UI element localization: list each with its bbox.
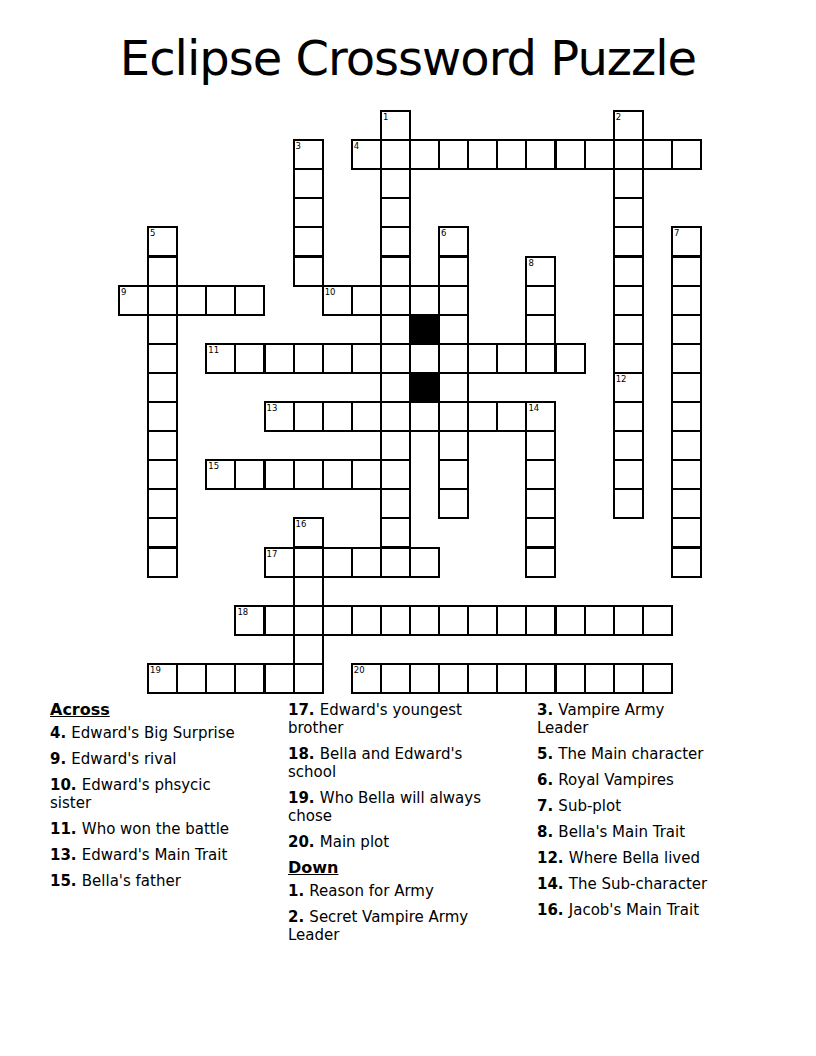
grid-cell[interactable] [351, 547, 382, 578]
clue-16: 16. Jacob's Main Trait [537, 901, 715, 919]
grid-cell[interactable] [467, 343, 498, 374]
grid-cell[interactable] [293, 576, 324, 607]
grid-cell[interactable] [264, 663, 295, 694]
clue-text: Bella's Main Trait [558, 823, 685, 841]
clue-number: 6. [537, 771, 558, 789]
grid-cell[interactable] [613, 256, 644, 287]
grid-cell[interactable] [525, 517, 556, 548]
clue-number: 10. [50, 776, 82, 794]
grid-cell[interactable] [496, 663, 527, 694]
grid-cell[interactable] [409, 547, 440, 578]
grid-cell[interactable] [380, 663, 411, 694]
clue-text: Reason for Army [309, 882, 433, 900]
grid-cell[interactable] [264, 459, 295, 490]
grid-cell[interactable] [322, 343, 353, 374]
clue-1: 1. Reason for Army [288, 882, 488, 900]
grid-cell[interactable] [467, 605, 498, 636]
grid-cell[interactable] [293, 547, 324, 578]
grid-cell[interactable] [380, 372, 411, 403]
grid-cell[interactable] [671, 314, 702, 345]
grid-cell[interactable] [525, 547, 556, 578]
grid-cell[interactable] [438, 459, 469, 490]
black-cell [409, 314, 440, 345]
grid-cell[interactable] [584, 139, 615, 170]
cell-number: 20 [354, 665, 365, 675]
black-cell [409, 372, 440, 403]
cell-number: 6 [441, 228, 446, 238]
grid-cell[interactable] [293, 256, 324, 287]
cell-number: 18 [237, 607, 248, 617]
cell-number: 1 [383, 112, 388, 122]
grid-cell[interactable] [380, 285, 411, 316]
grid-cell[interactable] [322, 547, 353, 578]
down-heading: Down [288, 859, 488, 877]
cell-number: 13 [267, 403, 278, 413]
grid-cell[interactable] [467, 663, 498, 694]
grid-cell[interactable] [438, 256, 469, 287]
grid-cell[interactable] [380, 459, 411, 490]
grid-cell[interactable] [438, 285, 469, 316]
grid-cell[interactable] [147, 256, 178, 287]
cell-number: 10 [325, 287, 336, 297]
grid-cell[interactable] [293, 401, 324, 432]
grid-cell[interactable]: 7 [671, 226, 702, 257]
clue-number: 19. [288, 789, 320, 807]
grid-cell[interactable] [351, 605, 382, 636]
grid-cell[interactable]: 5 [147, 226, 178, 257]
cell-number: 16 [296, 519, 307, 529]
grid-cell[interactable] [409, 139, 440, 170]
grid-cell[interactable] [613, 401, 644, 432]
grid-cell[interactable] [671, 459, 702, 490]
grid-cell[interactable] [438, 314, 469, 345]
cell-number: 15 [208, 461, 219, 471]
cell-number: 9 [121, 287, 126, 297]
grid-cell[interactable] [438, 430, 469, 461]
grid-cell[interactable] [293, 663, 324, 694]
clue-3: 3. Vampire Army Leader [537, 701, 715, 737]
grid-cell[interactable]: 4 [351, 139, 382, 170]
grid-cell[interactable]: 9 [118, 285, 149, 316]
grid-cell[interactable] [293, 197, 324, 228]
grid-cell[interactable] [205, 285, 236, 316]
clue-text: Secret Vampire Army Leader [288, 908, 468, 944]
clue-18: 18. Bella and Edward's school [288, 745, 488, 781]
grid-cell[interactable] [147, 517, 178, 548]
grid-cell[interactable] [322, 605, 353, 636]
grid-cell[interactable] [525, 139, 556, 170]
grid-cell[interactable] [234, 663, 265, 694]
grid-cell[interactable] [380, 517, 411, 548]
grid-cell[interactable] [380, 168, 411, 199]
grid-cell[interactable] [176, 663, 207, 694]
grid-cell[interactable] [380, 605, 411, 636]
clue-col-2: 17. Edward's youngest brother18. Bella a… [288, 701, 488, 952]
clue-number: 9. [50, 750, 71, 768]
grid-cell[interactable] [438, 663, 469, 694]
cell-number: 11 [208, 345, 219, 355]
clue-6: 6. Royal Vampires [537, 771, 715, 789]
grid-cell[interactable] [147, 459, 178, 490]
clue-7: 7. Sub-plot [537, 797, 715, 815]
grid-cell[interactable] [613, 430, 644, 461]
cell-number: 17 [267, 549, 278, 559]
grid-cell[interactable] [438, 372, 469, 403]
puzzle-title: Eclipse Crossword Puzzle [0, 32, 816, 85]
grid-cell[interactable] [642, 139, 673, 170]
grid-cell[interactable] [380, 343, 411, 374]
grid-cell[interactable] [293, 605, 324, 636]
grid-cell[interactable] [409, 401, 440, 432]
grid-cell[interactable] [525, 488, 556, 519]
grid-cell[interactable]: 10 [322, 285, 353, 316]
grid-cell[interactable] [380, 197, 411, 228]
cell-number: 12 [616, 374, 627, 384]
clue-text: Bella's father [82, 872, 181, 890]
grid-cell[interactable] [438, 605, 469, 636]
grid-cell[interactable]: 12 [613, 372, 644, 403]
clue-text: The Main character [558, 745, 703, 763]
clue-number: 1. [288, 882, 309, 900]
clue-number: 7. [537, 797, 558, 815]
cell-number: 4 [354, 141, 359, 151]
grid-cell[interactable] [409, 663, 440, 694]
cell-number: 5 [150, 228, 155, 238]
grid-cell[interactable] [293, 634, 324, 665]
clue-number: 18. [288, 745, 320, 763]
grid-cell[interactable] [234, 459, 265, 490]
clue-text: Sub-plot [558, 797, 621, 815]
grid-cell[interactable]: 1 [380, 110, 411, 141]
clue-number: 11. [50, 820, 82, 838]
grid-cell[interactable] [467, 139, 498, 170]
grid-cell[interactable]: 8 [525, 256, 556, 287]
grid-cell[interactable] [409, 605, 440, 636]
grid-cell[interactable] [496, 401, 527, 432]
grid-cell[interactable] [613, 605, 644, 636]
grid-cell[interactable] [322, 459, 353, 490]
grid-cell[interactable] [584, 605, 615, 636]
grid-cell[interactable] [351, 285, 382, 316]
clue-col-3: 3. Vampire Army Leader5. The Main charac… [537, 701, 715, 927]
clue-number: 12. [537, 849, 569, 867]
clue-text: Edward's Big Surprise [71, 724, 234, 742]
cell-number: 7 [674, 228, 679, 238]
cell-number: 2 [616, 112, 621, 122]
grid-cell[interactable] [380, 139, 411, 170]
grid-cell[interactable] [584, 663, 615, 694]
grid-cell[interactable] [438, 343, 469, 374]
grid-cell[interactable] [147, 343, 178, 374]
grid-cell[interactable] [147, 401, 178, 432]
grid-cell[interactable] [642, 663, 673, 694]
grid-cell[interactable] [525, 605, 556, 636]
grid-cell[interactable] [322, 401, 353, 432]
grid-cell[interactable] [351, 401, 382, 432]
grid-cell[interactable] [613, 314, 644, 345]
clue-text: Jacob's Main Trait [569, 901, 699, 919]
grid-cell[interactable]: 17 [264, 547, 295, 578]
clue-5: 5. The Main character [537, 745, 715, 763]
grid-cell[interactable] [613, 226, 644, 257]
grid-cell[interactable] [525, 314, 556, 345]
grid-cell[interactable] [671, 372, 702, 403]
grid-cell[interactable] [380, 488, 411, 519]
grid-cell[interactable] [293, 226, 324, 257]
clue-19: 19. Who Bella will always chose [288, 789, 488, 825]
clue-number: 20. [288, 833, 320, 851]
clue-number: 3. [537, 701, 558, 719]
clue-text: Royal Vampires [558, 771, 673, 789]
clue-number: 15. [50, 872, 82, 890]
grid-cell[interactable] [147, 488, 178, 519]
grid-cell[interactable] [613, 139, 644, 170]
grid-cell[interactable] [234, 343, 265, 374]
grid-cell[interactable] [496, 139, 527, 170]
grid-cell[interactable] [147, 547, 178, 578]
grid-cell[interactable] [147, 372, 178, 403]
grid-cell[interactable] [613, 459, 644, 490]
grid-cell[interactable] [642, 605, 673, 636]
clue-number: 8. [537, 823, 558, 841]
grid-cell[interactable] [671, 139, 702, 170]
clue-20: 20. Main plot [288, 833, 488, 851]
clue-17: 17. Edward's youngest brother [288, 701, 488, 737]
grid-cell[interactable] [555, 663, 586, 694]
grid-cell[interactable]: 19 [147, 663, 178, 694]
clue-14: 14. The Sub-character [537, 875, 715, 893]
grid-cell[interactable] [467, 401, 498, 432]
grid-cell[interactable] [380, 401, 411, 432]
crossword-grid: 1234567891011121314151617181920 [118, 110, 704, 696]
grid-cell[interactable] [671, 547, 702, 578]
clue-13: 13. Edward's Main Trait [50, 846, 242, 864]
grid-cell[interactable]: 6 [438, 226, 469, 257]
cell-number: 19 [150, 665, 161, 675]
clue-text: Main plot [320, 833, 389, 851]
clue-15: 15. Bella's father [50, 872, 242, 890]
grid-cell[interactable] [380, 314, 411, 345]
grid-cell[interactable]: 14 [525, 401, 556, 432]
cell-number: 3 [296, 141, 301, 151]
grid-cell[interactable]: 11 [205, 343, 236, 374]
grid-cell[interactable] [525, 285, 556, 316]
grid-cell[interactable] [147, 430, 178, 461]
grid-cell[interactable] [438, 488, 469, 519]
grid-cell[interactable] [613, 168, 644, 199]
grid-cell[interactable] [293, 459, 324, 490]
grid-cell[interactable] [380, 547, 411, 578]
grid-cell[interactable] [613, 663, 644, 694]
grid-cell[interactable] [176, 285, 207, 316]
grid-cell[interactable] [613, 197, 644, 228]
grid-cell[interactable] [147, 285, 178, 316]
grid-cell[interactable] [525, 430, 556, 461]
clue-text: Edward's Main Trait [82, 846, 228, 864]
grid-cell[interactable] [351, 459, 382, 490]
grid-cell[interactable]: 20 [351, 663, 382, 694]
grid-cell[interactable] [671, 401, 702, 432]
clue-8: 8. Bella's Main Trait [537, 823, 715, 841]
cell-number: 14 [528, 403, 539, 413]
grid-cell[interactable] [293, 343, 324, 374]
grid-cell[interactable] [671, 285, 702, 316]
grid-cell[interactable] [147, 314, 178, 345]
clue-number: 5. [537, 745, 558, 763]
clue-number: 2. [288, 908, 309, 926]
grid-cell[interactable] [671, 343, 702, 374]
grid-cell[interactable]: 18 [234, 605, 265, 636]
grid-cell[interactable] [613, 343, 644, 374]
clue-number: 17. [288, 701, 320, 719]
cell-number: 8 [528, 258, 533, 268]
clue-number: 13. [50, 846, 82, 864]
page: Eclipse Crossword Puzzle 123456789101112… [0, 0, 816, 1056]
grid-cell[interactable] [555, 139, 586, 170]
grid-cell[interactable] [525, 459, 556, 490]
clue-number: 14. [537, 875, 569, 893]
grid-cell[interactable]: 16 [293, 517, 324, 548]
grid-cell[interactable] [555, 343, 586, 374]
grid-cell[interactable] [264, 343, 295, 374]
grid-cell[interactable] [438, 401, 469, 432]
clue-text: Who won the battle [82, 820, 229, 838]
grid-cell[interactable]: 3 [293, 139, 324, 170]
grid-cell[interactable]: 2 [613, 110, 644, 141]
grid-cell[interactable]: 13 [264, 401, 295, 432]
clue-2: 2. Secret Vampire Army Leader [288, 908, 488, 944]
clue-text: The Sub-character [569, 875, 707, 893]
grid-cell[interactable] [613, 285, 644, 316]
grid-cell[interactable] [264, 605, 295, 636]
grid-cell[interactable] [380, 256, 411, 287]
across-heading: Across [50, 701, 242, 719]
clue-number: 16. [537, 901, 569, 919]
grid-cell[interactable] [438, 139, 469, 170]
grid-cell[interactable] [351, 343, 382, 374]
grid-cell[interactable] [496, 605, 527, 636]
clue-12: 12. Where Bella lived [537, 849, 715, 867]
grid-cell[interactable] [525, 663, 556, 694]
grid-cell[interactable] [380, 430, 411, 461]
grid-cell[interactable] [380, 226, 411, 257]
grid-cell[interactable] [409, 285, 440, 316]
clue-9: 9. Edward's rival [50, 750, 242, 768]
clue-4: 4. Edward's Big Surprise [50, 724, 242, 742]
grid-cell[interactable] [671, 488, 702, 519]
grid-cell[interactable] [293, 168, 324, 199]
grid-cell[interactable] [671, 517, 702, 548]
grid-cell[interactable] [205, 663, 236, 694]
clue-10: 10. Edward's phsycic sister [50, 776, 242, 812]
grid-cell[interactable] [525, 343, 556, 374]
grid-cell[interactable] [496, 343, 527, 374]
grid-cell[interactable] [409, 343, 440, 374]
clue-text: Edward's rival [71, 750, 176, 768]
clue-col-1: Across4. Edward's Big Surprise9. Edward'… [50, 701, 242, 898]
grid-cell[interactable] [555, 605, 586, 636]
grid-cell[interactable] [671, 256, 702, 287]
clue-text: Where Bella lived [569, 849, 700, 867]
clue-number: 4. [50, 724, 71, 742]
grid-cell[interactable] [234, 285, 265, 316]
grid-cell[interactable] [613, 488, 644, 519]
grid-cell[interactable] [671, 430, 702, 461]
clue-11: 11. Who won the battle [50, 820, 242, 838]
grid-cell[interactable]: 15 [205, 459, 236, 490]
